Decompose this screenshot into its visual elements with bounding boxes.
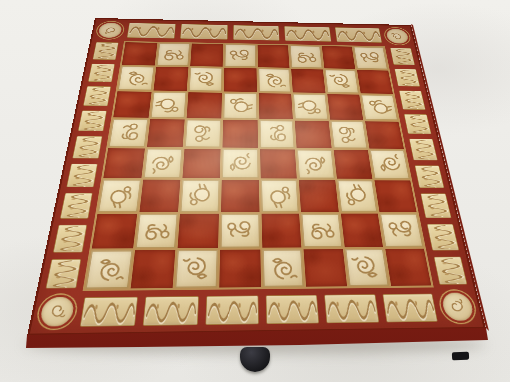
carved-figure-icon <box>383 216 420 244</box>
border-panel <box>415 165 445 188</box>
square-r2c5[interactable] <box>258 68 291 92</box>
border-panel <box>205 295 259 325</box>
border-panel <box>335 27 383 43</box>
carved-figure-icon <box>225 151 256 176</box>
square-r6c1[interactable] <box>98 180 141 212</box>
border-strip-top <box>127 23 382 43</box>
border-panel <box>266 295 320 324</box>
carved-figure-icon <box>340 183 374 209</box>
carved-figure-icon <box>356 48 385 67</box>
corner-medallion-top-left <box>96 21 125 39</box>
square-r6c4[interactable] <box>221 180 259 212</box>
square-r8c1[interactable] <box>85 250 132 288</box>
border-panel <box>409 139 438 161</box>
corner-medallion-top-right <box>384 28 412 45</box>
square-r5c1[interactable] <box>103 148 144 178</box>
carved-figure-icon <box>227 46 254 65</box>
square-r4c7[interactable] <box>330 121 368 148</box>
square-r5c2[interactable] <box>143 148 183 178</box>
carved-figure-icon <box>139 216 175 245</box>
border-panel <box>80 297 138 327</box>
carved-figure-icon <box>184 182 217 209</box>
carved-figure-icon <box>263 183 295 210</box>
carved-figure-icon <box>373 152 407 176</box>
square-r8c7[interactable] <box>345 249 389 286</box>
corner-medallion-bottom-right <box>438 290 478 323</box>
square-r1c6[interactable] <box>290 45 323 68</box>
square-r1c8[interactable] <box>354 47 388 70</box>
square-r5c6[interactable] <box>297 149 335 178</box>
square-r4c3[interactable] <box>185 119 221 147</box>
square-r4c2[interactable] <box>147 119 185 147</box>
square-r4c5[interactable] <box>259 120 295 148</box>
carved-figure-icon <box>300 152 332 177</box>
border-panel <box>72 136 102 158</box>
square-r7c2[interactable] <box>135 214 178 249</box>
square-r1c2[interactable] <box>156 43 190 66</box>
carved-figure-icon <box>112 121 145 145</box>
square-r1c7[interactable] <box>322 46 356 69</box>
border-panel <box>78 110 107 131</box>
border-strip-bottom <box>80 294 438 327</box>
carved-figure-icon <box>265 252 300 284</box>
square-r1c5[interactable] <box>257 45 289 68</box>
square-r5c8[interactable] <box>370 150 410 179</box>
border-panel <box>394 69 420 87</box>
square-r2c6[interactable] <box>291 69 325 93</box>
square-r2c3[interactable] <box>189 67 223 91</box>
square-r7c1[interactable] <box>92 214 137 249</box>
square-r5c5[interactable] <box>260 149 297 179</box>
square-r6c5[interactable] <box>260 180 299 212</box>
pedestal-base <box>240 347 270 372</box>
square-r4c6[interactable] <box>295 121 332 148</box>
carved-figure-icon <box>226 95 255 117</box>
square-r3c2[interactable] <box>150 92 187 118</box>
square-r2c7[interactable] <box>324 69 359 93</box>
carved-figure-icon <box>159 45 188 64</box>
border-panel <box>390 48 415 65</box>
border-panel <box>382 294 438 323</box>
square-r3c8[interactable] <box>361 95 398 121</box>
carved-figure-icon <box>223 216 256 245</box>
square-r5c4[interactable] <box>222 149 259 179</box>
border-panel <box>83 86 111 106</box>
square-r7c7[interactable] <box>341 213 384 247</box>
square-r8c2[interactable] <box>130 250 175 288</box>
carved-figure-icon <box>262 122 292 145</box>
square-r2c1[interactable] <box>118 66 155 91</box>
carved-figure-icon <box>292 47 320 66</box>
carved-figure-icon <box>146 151 179 176</box>
square-r4c4[interactable] <box>222 120 257 148</box>
border-panel <box>434 256 468 284</box>
border-panel <box>60 193 93 219</box>
square-r6c3[interactable] <box>180 180 219 212</box>
square-r8c8[interactable] <box>386 249 432 286</box>
square-r8c4[interactable] <box>219 250 261 288</box>
square-r6c8[interactable] <box>375 180 417 211</box>
square-r4c8[interactable] <box>365 121 403 148</box>
carved-figure-icon <box>364 97 395 118</box>
border-panel <box>143 296 199 326</box>
carved-figure-icon <box>101 182 137 209</box>
square-r7c4[interactable] <box>220 214 260 249</box>
carved-figure-icon <box>260 70 288 90</box>
carved-figure-icon <box>179 253 215 285</box>
border-panel <box>399 91 426 110</box>
border-panel <box>427 224 459 250</box>
carved-figure-icon <box>153 94 184 116</box>
square-r7c8[interactable] <box>380 213 424 247</box>
square-r2c2[interactable] <box>153 67 188 91</box>
border-panel <box>404 114 432 134</box>
carved-figure-icon <box>333 123 365 146</box>
carved-figure-icon <box>327 71 356 91</box>
border-panel <box>127 23 176 39</box>
square-r5c7[interactable] <box>333 150 372 179</box>
square-r1c4[interactable] <box>224 44 256 67</box>
square-r6c7[interactable] <box>337 180 378 211</box>
square-r8c3[interactable] <box>175 250 218 288</box>
square-r3c3[interactable] <box>187 92 222 118</box>
edge-latch <box>452 352 469 361</box>
square-r3c7[interactable] <box>327 94 363 120</box>
square-r7c3[interactable] <box>178 214 219 249</box>
carved-figure-icon <box>121 68 152 89</box>
border-panel <box>284 26 331 42</box>
border-panel <box>46 259 82 289</box>
border-panel <box>88 63 115 82</box>
square-r7c6[interactable] <box>301 213 342 247</box>
square-r3c1[interactable] <box>113 91 151 117</box>
chess-board <box>27 18 486 336</box>
carved-figure-icon <box>89 253 129 285</box>
carved-figure-icon <box>191 69 219 89</box>
border-panel <box>233 25 280 41</box>
carved-figure-icon <box>296 96 326 118</box>
square-r6c6[interactable] <box>299 180 339 212</box>
carved-figure-icon <box>348 252 385 283</box>
border-panel <box>53 225 87 253</box>
border-panel <box>93 42 119 60</box>
square-r8c5[interactable] <box>262 250 304 288</box>
square-r3c6[interactable] <box>293 94 328 120</box>
square-r5c3[interactable] <box>183 149 221 179</box>
square-r2c8[interactable] <box>357 70 393 94</box>
square-r3c4[interactable] <box>223 93 257 119</box>
square-r6c2[interactable] <box>139 180 180 212</box>
square-r4c1[interactable] <box>108 119 148 147</box>
corner-medallion-bottom-left <box>36 295 78 329</box>
border-panel <box>420 194 451 219</box>
border-panel <box>324 294 379 323</box>
square-r1c3[interactable] <box>190 44 223 67</box>
square-r2c4[interactable] <box>224 68 257 92</box>
border-panel <box>66 164 97 188</box>
carved-figure-icon <box>304 216 339 245</box>
square-r8c6[interactable] <box>304 249 347 286</box>
square-r7c5[interactable] <box>261 214 301 248</box>
border-panel <box>180 24 228 40</box>
floor <box>0 0 510 382</box>
playing-field <box>83 41 434 291</box>
carved-figure-icon <box>188 122 219 145</box>
square-r1c1[interactable] <box>122 42 157 65</box>
square-r3c5[interactable] <box>258 93 292 119</box>
